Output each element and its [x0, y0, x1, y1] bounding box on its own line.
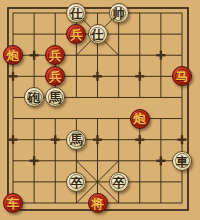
- piece-glyph: 炮: [134, 113, 147, 126]
- piece-glyph: 将: [91, 197, 104, 210]
- piece-ivory-general[interactable]: 帅: [109, 3, 129, 23]
- piece-red-cannon[interactable]: 炮: [130, 109, 150, 129]
- piece-glyph: 卒: [70, 176, 83, 189]
- xiangqi-board[interactable]: 仕帅兵仕炮兵兵马砲馬炮馬車卒卒车将: [0, 0, 200, 220]
- piece-glyph: 马: [176, 71, 189, 84]
- piece-glyph: 砲: [28, 92, 41, 105]
- piece-glyph: 兵: [49, 49, 62, 62]
- piece-ivory-chariot[interactable]: 車: [172, 151, 192, 171]
- piece-glyph: 兵: [70, 28, 83, 41]
- piece-glyph: 仕: [70, 7, 83, 20]
- piece-glyph: 馬: [49, 92, 62, 105]
- piece-glyph: 馬: [70, 134, 83, 147]
- piece-glyph: 仕: [91, 28, 104, 41]
- xiangqi-app: { "game": "xiangqi", "board": { "files":…: [0, 0, 200, 220]
- piece-glyph: 帅: [112, 7, 125, 20]
- piece-ivory-pawn[interactable]: 卒: [109, 172, 129, 192]
- piece-red-general[interactable]: 将: [88, 193, 108, 213]
- piece-ivory-advisor[interactable]: 仕: [88, 24, 108, 44]
- piece-glyph: 車: [176, 155, 189, 168]
- piece-glyph: 车: [7, 197, 20, 210]
- piece-glyph: 兵: [49, 71, 62, 84]
- piece-ivory-horse[interactable]: 馬: [66, 130, 86, 150]
- piece-red-chariot[interactable]: 车: [3, 193, 23, 213]
- piece-glyph: 炮: [7, 49, 20, 62]
- piece-glyph: 卒: [112, 176, 125, 189]
